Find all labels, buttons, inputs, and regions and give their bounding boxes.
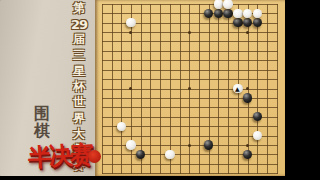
star-point [246,87,249,90]
board-grid-line-vertical [228,4,229,175]
white-stone [214,0,223,9]
black-stone [253,18,262,27]
red-calligraphy: 半决赛 [27,139,91,172]
title-char: 第 [73,1,85,17]
title-char: 界 [73,111,85,127]
black-stone [136,150,145,159]
black-stone [243,93,252,102]
title-char: 星 [73,64,85,80]
white-stone [126,18,135,27]
board-grid-line-vertical [267,4,268,175]
black-stone [243,18,252,27]
board-grid-line-horizontal [102,126,278,127]
white-stone [253,9,262,18]
board-grid-line-horizontal [102,107,278,108]
title-char: 29 [71,17,87,33]
star-point [188,87,191,90]
board-grid-line-vertical [277,4,278,175]
go-board: ▲ [95,0,285,176]
board-grid-line-vertical [218,4,219,175]
board-grid-line-vertical [257,4,258,175]
black-stone [204,9,213,18]
letterbox-bottom [0,176,320,180]
watermark-char: 围 [34,105,50,122]
title-char: 三 [73,48,85,64]
white-stone [243,9,252,18]
white-stone [223,0,232,9]
black-stone [223,9,232,18]
board-grid-line-horizontal [102,164,278,165]
star-point [246,31,249,34]
white-stone [165,150,174,159]
title-char: 杯 [73,79,85,95]
star-point [188,31,191,34]
star-point [246,144,249,147]
black-stone [204,140,213,149]
white-stone [233,9,242,18]
white-stone [126,140,135,149]
last-move-marker: ▲ [235,86,240,92]
white-stone [117,122,126,131]
board-grid-line-horizontal [102,117,278,118]
white-stone [253,131,262,140]
board-grid-line-vertical [199,4,200,175]
black-stone [253,112,262,121]
star-point [188,144,191,147]
letterbox-right [285,0,320,180]
board-grid-line-horizontal [102,136,278,137]
watermark-char: 棋 [34,122,50,139]
black-stone [214,9,223,18]
star-point [129,31,132,34]
red-seal-stamp [88,150,101,163]
black-stone [243,150,252,159]
board-grid-line-horizontal [102,173,278,174]
title-char: 届 [73,32,85,48]
title-char: 世 [73,95,85,111]
black-stone [233,18,242,27]
video-frame: 第29届三星杯世界大师赛 围棋 半决赛 ▲ [0,0,320,180]
weiqi-watermark: 围棋 [31,105,53,139]
